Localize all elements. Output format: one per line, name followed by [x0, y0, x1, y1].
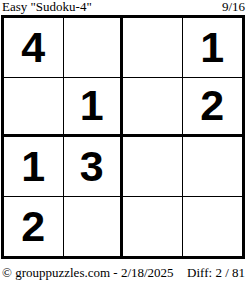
footer: © grouppuzzles.com - 2/18/2025 Diff: 2 /…	[2, 264, 245, 280]
cell-r4c3[interactable]	[123, 197, 183, 257]
cell-r1c4[interactable]: 1	[183, 18, 243, 78]
cell-r2c3[interactable]	[123, 78, 183, 138]
cell-r1c2[interactable]	[64, 18, 124, 78]
cell-r4c2[interactable]	[64, 197, 124, 257]
cell-r1c3[interactable]	[123, 18, 183, 78]
cell-r3c3[interactable]	[123, 137, 183, 197]
cell-r3c1[interactable]: 1	[4, 137, 64, 197]
puzzle-page: Easy "Sudoku-4" 9/16 4112132 © grouppuzz…	[0, 0, 247, 282]
cell-r2c1[interactable]	[4, 78, 64, 138]
copyright-text: © grouppuzzles.com - 2/18/2025	[2, 265, 174, 280]
cell-r2c2[interactable]: 1	[64, 78, 124, 138]
cell-r3c4[interactable]	[183, 137, 243, 197]
puzzle-title: Easy "Sudoku-4"	[2, 0, 92, 14]
difficulty-text: Diff: 2 / 81	[187, 265, 245, 280]
clue-count: 9/16	[222, 0, 245, 14]
header: Easy "Sudoku-4" 9/16	[2, 0, 245, 15]
cell-r2c4[interactable]: 2	[183, 78, 243, 138]
sudoku-board: 4112132	[1, 15, 245, 259]
cell-r1c1[interactable]: 4	[4, 18, 64, 78]
cell-r4c1[interactable]: 2	[4, 197, 64, 257]
cell-r3c2[interactable]: 3	[64, 137, 124, 197]
cell-r4c4[interactable]	[183, 197, 243, 257]
